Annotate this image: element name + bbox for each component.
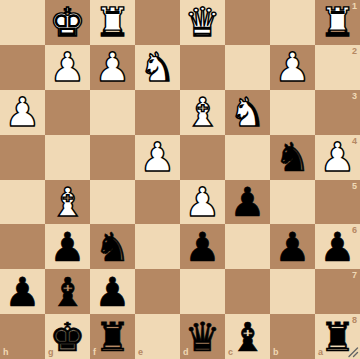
square-h3[interactable]: ♟ bbox=[0, 90, 45, 135]
square-c8[interactable]: ♝c bbox=[225, 314, 270, 359]
square-e6[interactable] bbox=[135, 224, 180, 269]
square-e7[interactable] bbox=[135, 269, 180, 314]
square-b8[interactable]: b bbox=[270, 314, 315, 359]
square-d2[interactable] bbox=[180, 45, 225, 90]
square-f3[interactable] bbox=[90, 90, 135, 135]
black-knight[interactable]: ♞ bbox=[95, 225, 131, 269]
black-queen[interactable]: ♛ bbox=[185, 315, 221, 359]
white-pawn[interactable]: ♟ bbox=[320, 135, 356, 179]
square-d7[interactable] bbox=[180, 269, 225, 314]
square-d4[interactable] bbox=[180, 135, 225, 180]
file-label-b: b bbox=[273, 348, 279, 357]
white-pawn[interactable]: ♟ bbox=[140, 135, 176, 179]
file-label-e: e bbox=[138, 348, 143, 357]
resize-handle-icon[interactable] bbox=[347, 346, 359, 358]
black-knight[interactable]: ♞ bbox=[275, 135, 311, 179]
white-pawn[interactable]: ♟ bbox=[275, 45, 311, 89]
black-bishop[interactable]: ♝ bbox=[50, 270, 86, 314]
black-pawn[interactable]: ♟ bbox=[95, 270, 131, 314]
square-f5[interactable] bbox=[90, 180, 135, 225]
square-g8[interactable]: ♚g bbox=[45, 314, 90, 359]
square-c4[interactable] bbox=[225, 135, 270, 180]
black-pawn[interactable]: ♟ bbox=[185, 225, 221, 269]
square-b2[interactable]: ♟ bbox=[270, 45, 315, 90]
white-knight[interactable]: ♞ bbox=[140, 45, 176, 89]
square-e2[interactable]: ♞ bbox=[135, 45, 180, 90]
square-g6[interactable]: ♟ bbox=[45, 224, 90, 269]
white-pawn[interactable]: ♟ bbox=[5, 90, 41, 134]
square-f1[interactable]: ♜ bbox=[90, 0, 135, 45]
black-pawn[interactable]: ♟ bbox=[320, 225, 356, 269]
square-g3[interactable] bbox=[45, 90, 90, 135]
square-e1[interactable] bbox=[135, 0, 180, 45]
rank-label-7: 7 bbox=[352, 271, 357, 280]
square-a2[interactable]: 2 bbox=[315, 45, 360, 90]
square-c3[interactable]: ♞ bbox=[225, 90, 270, 135]
square-d1[interactable]: ♛ bbox=[180, 0, 225, 45]
white-pawn[interactable]: ♟ bbox=[95, 45, 131, 89]
square-h5[interactable] bbox=[0, 180, 45, 225]
square-g4[interactable] bbox=[45, 135, 90, 180]
square-c5[interactable]: ♟ bbox=[225, 180, 270, 225]
square-b7[interactable] bbox=[270, 269, 315, 314]
square-h2[interactable] bbox=[0, 45, 45, 90]
square-f4[interactable] bbox=[90, 135, 135, 180]
white-pawn[interactable]: ♟ bbox=[185, 180, 221, 224]
square-g5[interactable]: ♝ bbox=[45, 180, 90, 225]
square-c7[interactable] bbox=[225, 269, 270, 314]
square-a7[interactable]: 7 bbox=[315, 269, 360, 314]
square-a5[interactable]: 5 bbox=[315, 180, 360, 225]
square-d6[interactable]: ♟ bbox=[180, 224, 225, 269]
square-f6[interactable]: ♞ bbox=[90, 224, 135, 269]
square-g1[interactable]: ♚ bbox=[45, 0, 90, 45]
black-pawn[interactable]: ♟ bbox=[230, 180, 266, 224]
white-rook[interactable]: ♜ bbox=[320, 0, 356, 44]
white-bishop[interactable]: ♝ bbox=[50, 180, 86, 224]
square-f2[interactable]: ♟ bbox=[90, 45, 135, 90]
square-e3[interactable] bbox=[135, 90, 180, 135]
square-b5[interactable] bbox=[270, 180, 315, 225]
square-a4[interactable]: ♟4 bbox=[315, 135, 360, 180]
black-bishop[interactable]: ♝ bbox=[230, 315, 266, 359]
square-h8[interactable]: h bbox=[0, 314, 45, 359]
square-d8[interactable]: ♛d bbox=[180, 314, 225, 359]
square-c1[interactable] bbox=[225, 0, 270, 45]
square-g7[interactable]: ♝ bbox=[45, 269, 90, 314]
square-b3[interactable] bbox=[270, 90, 315, 135]
square-a6[interactable]: ♟6 bbox=[315, 224, 360, 269]
square-c2[interactable] bbox=[225, 45, 270, 90]
square-e5[interactable] bbox=[135, 180, 180, 225]
square-b1[interactable] bbox=[270, 0, 315, 45]
square-a3[interactable]: 3 bbox=[315, 90, 360, 135]
square-d5[interactable]: ♟ bbox=[180, 180, 225, 225]
white-bishop[interactable]: ♝ bbox=[185, 90, 221, 134]
white-pawn[interactable]: ♟ bbox=[50, 45, 86, 89]
square-g2[interactable]: ♟ bbox=[45, 45, 90, 90]
chess-board: ♚♜♛♜1♟♟♞♟2♟♝♞3♟♞♟4♝♟♟5♟♞♟♟♟6♟♝♟7h♚g♜fe♛d… bbox=[0, 0, 360, 359]
white-king[interactable]: ♚ bbox=[50, 0, 86, 44]
rank-label-2: 2 bbox=[352, 47, 357, 56]
square-f8[interactable]: ♜f bbox=[90, 314, 135, 359]
square-h6[interactable] bbox=[0, 224, 45, 269]
black-pawn[interactable]: ♟ bbox=[50, 225, 86, 269]
square-b4[interactable]: ♞ bbox=[270, 135, 315, 180]
black-king[interactable]: ♚ bbox=[50, 315, 86, 359]
rank-label-3: 3 bbox=[352, 92, 357, 101]
white-knight[interactable]: ♞ bbox=[230, 90, 266, 134]
white-rook[interactable]: ♜ bbox=[95, 0, 131, 44]
square-h4[interactable] bbox=[0, 135, 45, 180]
square-h1[interactable] bbox=[0, 0, 45, 45]
square-c6[interactable] bbox=[225, 224, 270, 269]
rank-label-5: 5 bbox=[352, 182, 357, 191]
white-queen[interactable]: ♛ bbox=[185, 0, 221, 44]
square-b6[interactable]: ♟ bbox=[270, 224, 315, 269]
black-pawn[interactable]: ♟ bbox=[5, 270, 41, 314]
square-a1[interactable]: ♜1 bbox=[315, 0, 360, 45]
square-e8[interactable]: e bbox=[135, 314, 180, 359]
square-e4[interactable]: ♟ bbox=[135, 135, 180, 180]
square-d3[interactable]: ♝ bbox=[180, 90, 225, 135]
file-label-h: h bbox=[3, 348, 9, 357]
black-rook[interactable]: ♜ bbox=[95, 315, 131, 359]
black-pawn[interactable]: ♟ bbox=[275, 225, 311, 269]
square-h7[interactable]: ♟ bbox=[0, 269, 45, 314]
square-a8[interactable]: ♜8a bbox=[315, 314, 360, 359]
square-f7[interactable]: ♟ bbox=[90, 269, 135, 314]
